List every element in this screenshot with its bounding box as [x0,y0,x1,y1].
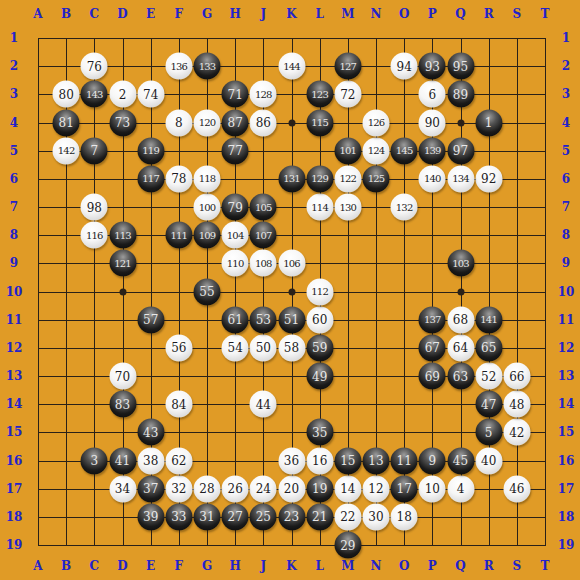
move-number: 145 [396,146,413,156]
move-number: 58 [284,342,299,354]
stone-L15[interactable]: 35 [306,419,333,446]
move-number: 79 [228,201,243,213]
move-number: 13 [368,455,383,467]
move-number: 42 [509,426,524,438]
stone-H8[interactable]: 104 [222,222,249,249]
stone-F8[interactable]: 111 [165,222,192,249]
stone-M6[interactable]: 122 [334,165,361,192]
row-label-left: 15 [6,426,23,438]
move-number: 139 [424,146,441,156]
move-number: 74 [143,88,158,100]
move-number: 38 [143,455,158,467]
col-label-bottom: F [175,560,184,572]
move-number: 70 [115,370,130,382]
stone-F17[interactable]: 32 [165,475,192,502]
move-number: 22 [340,511,355,523]
move-number: 21 [312,511,327,523]
row-label-right: 14 [558,398,575,410]
star-point-Q10 [457,288,464,295]
stone-E18[interactable]: 39 [137,503,164,530]
stone-C8[interactable]: 116 [81,222,108,249]
stone-O2[interactable]: 94 [391,53,418,80]
stone-M16[interactable]: 15 [334,447,361,474]
stone-K6[interactable]: 131 [278,165,305,192]
stone-N5[interactable]: 124 [363,137,390,164]
stone-Q5[interactable]: 97 [447,137,474,164]
col-label-top: F [175,8,184,20]
stone-G10[interactable]: 55 [194,278,221,305]
stone-E11[interactable]: 57 [137,306,164,333]
move-number: 104 [227,230,244,240]
stone-Q16[interactable]: 45 [447,447,474,474]
stone-Q9[interactable]: 103 [447,250,474,277]
stone-E16[interactable]: 38 [137,447,164,474]
col-label-top: M [341,8,354,20]
row-label-right: 18 [558,511,575,523]
stone-G6[interactable]: 118 [194,165,221,192]
col-label-bottom: G [202,560,212,572]
stone-D8[interactable]: 113 [109,222,136,249]
stone-J7[interactable]: 105 [250,194,277,221]
stone-J17[interactable]: 24 [250,475,277,502]
stone-G17[interactable]: 28 [194,475,221,502]
row-label-left: 8 [10,229,18,241]
stone-P6[interactable]: 140 [419,165,446,192]
move-number: 103 [452,258,469,268]
stone-P12[interactable]: 67 [419,334,446,361]
col-label-bottom: S [512,560,521,572]
stone-M3[interactable]: 72 [334,81,361,108]
stone-C16[interactable]: 3 [81,447,108,474]
move-number: 100 [199,202,216,212]
stone-M7[interactable]: 130 [334,194,361,221]
row-label-left: 14 [6,398,23,410]
stone-O5[interactable]: 145 [391,137,418,164]
stone-J12[interactable]: 50 [250,334,277,361]
stone-M18[interactable]: 22 [334,503,361,530]
move-number: 126 [368,118,385,128]
stone-L11[interactable]: 60 [306,306,333,333]
row-label-right: 13 [558,370,575,382]
move-number: 109 [199,230,216,240]
row-label-left: 16 [6,455,23,467]
move-number: 2 [119,88,127,100]
stone-B4[interactable]: 81 [53,109,80,136]
stone-H3[interactable]: 71 [222,81,249,108]
move-number: 24 [256,483,271,495]
move-number: 72 [340,88,355,100]
move-number: 40 [481,455,496,467]
stone-L18[interactable]: 21 [306,503,333,530]
star-point-Q4 [457,119,464,126]
stone-P11[interactable]: 137 [419,306,446,333]
stone-S13[interactable]: 66 [503,363,530,390]
move-number: 98 [87,201,102,213]
stone-J14[interactable]: 44 [250,391,277,418]
move-number: 49 [312,370,327,382]
stone-J11[interactable]: 53 [250,306,277,333]
stone-J18[interactable]: 25 [250,503,277,530]
row-label-right: 7 [562,201,570,213]
col-label-bottom: J [260,560,266,572]
move-number: 129 [311,174,328,184]
star-point-K4 [288,119,295,126]
stone-D3[interactable]: 2 [109,81,136,108]
stone-R6[interactable]: 92 [475,165,502,192]
stone-R16[interactable]: 40 [475,447,502,474]
stone-F12[interactable]: 56 [165,334,192,361]
move-number: 47 [481,398,496,410]
col-label-top: P [428,8,437,20]
row-label-left: 1 [10,32,18,44]
move-number: 8 [175,117,183,129]
col-label-top: N [371,8,382,20]
stone-D9[interactable]: 121 [109,250,136,277]
grid-line-vertical [545,38,546,546]
stone-L13[interactable]: 49 [306,363,333,390]
row-label-right: 1 [562,32,570,44]
stone-F2[interactable]: 136 [165,53,192,80]
move-number: 119 [142,146,159,156]
stone-P16[interactable]: 9 [419,447,446,474]
stone-P2[interactable]: 93 [419,53,446,80]
stone-C5[interactable]: 7 [81,137,108,164]
move-number: 127 [339,61,356,71]
stone-F6[interactable]: 78 [165,165,192,192]
move-number: 5 [485,426,493,438]
row-label-right: 8 [562,229,570,241]
stone-N18[interactable]: 30 [363,503,390,530]
move-number: 19 [312,483,327,495]
move-number: 90 [425,117,440,129]
move-number: 86 [256,117,271,129]
stone-Q11[interactable]: 68 [447,306,474,333]
move-number: 48 [509,398,524,410]
stone-N4[interactable]: 126 [363,109,390,136]
stone-R12[interactable]: 65 [475,334,502,361]
move-number: 10 [425,483,440,495]
move-number: 84 [171,398,186,410]
grid-line-horizontal [38,432,546,433]
col-label-bottom: O [399,560,409,572]
row-label-right: 15 [558,426,575,438]
stone-N16[interactable]: 13 [363,447,390,474]
stone-K2[interactable]: 144 [278,53,305,80]
stone-O7[interactable]: 132 [391,194,418,221]
stone-G18[interactable]: 31 [194,503,221,530]
row-label-left: 5 [10,145,18,157]
col-label-top: O [399,8,409,20]
stone-P5[interactable]: 139 [419,137,446,164]
row-label-left: 3 [10,88,18,100]
col-label-bottom: P [428,560,437,572]
stone-O18[interactable]: 18 [391,503,418,530]
stone-D17[interactable]: 34 [109,475,136,502]
row-label-right: 11 [558,314,575,326]
stone-R13[interactable]: 52 [475,363,502,390]
move-number: 29 [340,539,355,551]
move-number: 123 [311,89,328,99]
move-number: 94 [397,60,412,72]
move-number: 128 [255,89,272,99]
row-label-right: 12 [558,342,575,354]
stone-S14[interactable]: 48 [503,391,530,418]
move-number: 35 [312,426,327,438]
move-number: 71 [228,88,243,100]
stone-C2[interactable]: 76 [81,53,108,80]
col-label-top: S [512,8,521,20]
move-number: 111 [170,230,187,240]
stone-H7[interactable]: 79 [222,194,249,221]
move-number: 118 [199,174,216,184]
stone-N17[interactable]: 12 [363,475,390,502]
move-number: 106 [283,258,300,268]
move-number: 55 [199,286,214,298]
col-label-top: H [229,8,240,20]
move-number: 130 [339,202,356,212]
stone-O16[interactable]: 11 [391,447,418,474]
stone-H9[interactable]: 110 [222,250,249,277]
stone-H17[interactable]: 26 [222,475,249,502]
move-number: 60 [312,314,327,326]
row-label-right: 9 [562,257,570,269]
stone-D16[interactable]: 41 [109,447,136,474]
row-label-left: 7 [10,201,18,213]
stone-H12[interactable]: 54 [222,334,249,361]
move-number: 39 [143,511,158,523]
stone-K12[interactable]: 58 [278,334,305,361]
move-number: 53 [256,314,271,326]
stone-L10[interactable]: 112 [306,278,333,305]
move-number: 4 [457,483,465,495]
stone-Q3[interactable]: 89 [447,81,474,108]
row-label-left: 10 [6,286,23,298]
row-label-left: 4 [10,117,18,129]
move-number: 62 [171,455,186,467]
stone-F4[interactable]: 8 [165,109,192,136]
move-number: 17 [397,483,412,495]
move-number: 116 [86,230,103,240]
move-number: 117 [142,174,159,184]
move-number: 52 [481,370,496,382]
stone-H5[interactable]: 77 [222,137,249,164]
row-label-right: 5 [562,145,570,157]
stone-C7[interactable]: 98 [81,194,108,221]
stone-R14[interactable]: 47 [475,391,502,418]
stone-P4[interactable]: 90 [419,109,446,136]
stone-D4[interactable]: 73 [109,109,136,136]
stone-F14[interactable]: 84 [165,391,192,418]
move-number: 68 [453,314,468,326]
stone-M19[interactable]: 29 [334,532,361,559]
stone-S17[interactable]: 46 [503,475,530,502]
move-number: 30 [368,511,383,523]
stone-Q6[interactable]: 134 [447,165,474,192]
move-number: 36 [284,455,299,467]
stone-J3[interactable]: 128 [250,81,277,108]
move-number: 16 [312,455,327,467]
stone-F18[interactable]: 33 [165,503,192,530]
move-number: 120 [199,118,216,128]
stone-F16[interactable]: 62 [165,447,192,474]
stone-L7[interactable]: 114 [306,194,333,221]
stone-K18[interactable]: 23 [278,503,305,530]
move-number: 125 [368,174,385,184]
move-number: 132 [396,202,413,212]
move-number: 122 [339,174,356,184]
move-number: 65 [481,342,496,354]
col-label-bottom: C [90,560,100,572]
move-number: 89 [453,88,468,100]
stone-G8[interactable]: 109 [194,222,221,249]
row-label-left: 17 [6,483,23,495]
move-number: 3 [91,455,99,467]
stone-L4[interactable]: 115 [306,109,333,136]
move-number: 34 [115,483,130,495]
stone-L6[interactable]: 129 [306,165,333,192]
move-number: 26 [228,483,243,495]
move-number: 37 [143,483,158,495]
stone-N6[interactable]: 125 [363,165,390,192]
stone-R4[interactable]: 1 [475,109,502,136]
col-label-top: E [146,8,155,20]
move-number: 137 [424,315,441,325]
stone-Q17[interactable]: 4 [447,475,474,502]
move-number: 44 [256,398,271,410]
move-number: 7 [91,145,99,157]
move-number: 28 [199,483,214,495]
col-label-top: A [33,8,42,20]
stone-L3[interactable]: 123 [306,81,333,108]
move-number: 95 [453,60,468,72]
stone-B3[interactable]: 80 [53,81,80,108]
stone-J4[interactable]: 86 [250,109,277,136]
row-label-left: 13 [6,370,23,382]
stone-Q2[interactable]: 95 [447,53,474,80]
stone-S15[interactable]: 42 [503,419,530,446]
stone-E17[interactable]: 37 [137,475,164,502]
stone-E6[interactable]: 117 [137,165,164,192]
stone-R15[interactable]: 5 [475,419,502,446]
stone-E5[interactable]: 119 [137,137,164,164]
row-label-right: 6 [562,173,570,185]
col-label-bottom: L [315,560,323,572]
stone-M2[interactable]: 127 [334,53,361,80]
stone-K17[interactable]: 20 [278,475,305,502]
move-number: 25 [256,511,271,523]
move-number: 59 [312,342,327,354]
stone-C3[interactable]: 143 [81,81,108,108]
stone-H18[interactable]: 27 [222,503,249,530]
go-board[interactable]: AABBCCDDEEFFGGHHJJKKLLMMNNOOPPQQRRSSTT11… [0,0,580,580]
stone-L12[interactable]: 59 [306,334,333,361]
move-number: 18 [397,511,412,523]
row-label-left: 2 [10,60,18,72]
stone-K9[interactable]: 106 [278,250,305,277]
stone-L16[interactable]: 16 [306,447,333,474]
row-label-right: 16 [558,455,575,467]
move-number: 11 [397,455,412,467]
move-number: 51 [284,314,299,326]
move-number: 23 [284,511,299,523]
row-label-left: 9 [10,257,18,269]
col-label-bottom: A [33,560,42,572]
col-label-bottom: N [371,560,382,572]
move-number: 83 [115,398,130,410]
row-label-left: 19 [6,539,23,551]
row-label-left: 12 [6,342,23,354]
row-label-right: 17 [558,483,575,495]
row-label-left: 6 [10,173,18,185]
move-number: 110 [227,258,244,268]
star-point-K10 [288,288,295,295]
grid-line-horizontal [38,545,546,546]
stone-E3[interactable]: 74 [137,81,164,108]
stone-G2[interactable]: 133 [194,53,221,80]
move-number: 67 [425,342,440,354]
stone-P13[interactable]: 69 [419,363,446,390]
move-number: 73 [115,117,130,129]
move-number: 107 [255,230,272,240]
move-number: 15 [340,455,355,467]
stone-Q13[interactable]: 63 [447,363,474,390]
col-label-bottom: T [541,560,550,572]
move-number: 57 [143,314,158,326]
grid-line-vertical [517,38,518,546]
stone-L17[interactable]: 19 [306,475,333,502]
stone-K11[interactable]: 51 [278,306,305,333]
move-number: 1 [485,117,493,129]
move-number: 93 [425,60,440,72]
col-label-top: G [202,8,212,20]
move-number: 56 [171,342,186,354]
move-number: 97 [453,145,468,157]
move-number: 6 [429,88,437,100]
move-number: 144 [283,61,300,71]
stone-J9[interactable]: 108 [250,250,277,277]
stone-H4[interactable]: 87 [222,109,249,136]
move-number: 50 [256,342,271,354]
row-label-right: 19 [558,539,575,551]
stone-B5[interactable]: 142 [53,137,80,164]
stone-K16[interactable]: 36 [278,447,305,474]
stone-E15[interactable]: 43 [137,419,164,446]
stone-O17[interactable]: 17 [391,475,418,502]
stone-M17[interactable]: 14 [334,475,361,502]
col-label-bottom: E [146,560,155,572]
stone-J8[interactable]: 107 [250,222,277,249]
stone-R11[interactable]: 141 [475,306,502,333]
stone-G4[interactable]: 120 [194,109,221,136]
col-label-bottom: Q [455,560,465,572]
move-number: 81 [59,117,74,129]
stone-P17[interactable]: 10 [419,475,446,502]
stone-D13[interactable]: 70 [109,363,136,390]
stone-P3[interactable]: 6 [419,81,446,108]
move-number: 108 [255,258,272,268]
col-label-bottom: H [229,560,240,572]
move-number: 143 [86,89,103,99]
stone-M5[interactable]: 101 [334,137,361,164]
move-number: 78 [171,173,186,185]
stone-D14[interactable]: 83 [109,391,136,418]
move-number: 46 [509,483,524,495]
move-number: 113 [114,230,131,240]
stone-H11[interactable]: 61 [222,306,249,333]
move-number: 133 [199,61,216,71]
stone-Q12[interactable]: 64 [447,334,474,361]
stone-G7[interactable]: 100 [194,194,221,221]
